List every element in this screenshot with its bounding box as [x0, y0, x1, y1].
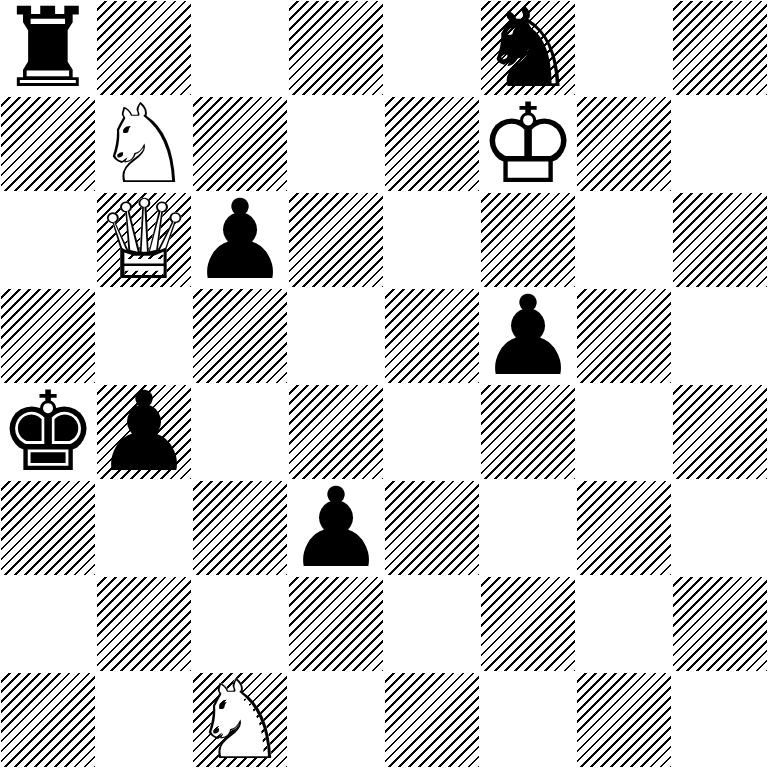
square-b4[interactable]: ♟	[96, 384, 192, 480]
piece-black-pawn-d3[interactable]: ♟	[288, 480, 384, 576]
square-e3[interactable]	[384, 480, 480, 576]
chess-board: ♜♞♞♘♚♔♛♕♟♟♚♟♟♞♘	[0, 0, 768, 768]
piece-white-queen-b6[interactable]: ♛♕	[96, 192, 192, 288]
square-g3[interactable]	[576, 480, 672, 576]
square-c1[interactable]: ♞♘	[192, 672, 288, 768]
square-f1[interactable]	[480, 672, 576, 768]
square-d5[interactable]	[288, 288, 384, 384]
square-d7[interactable]	[288, 96, 384, 192]
square-h4[interactable]	[672, 384, 768, 480]
square-a8[interactable]: ♜	[0, 0, 96, 96]
square-a6[interactable]	[0, 192, 96, 288]
square-c3[interactable]	[192, 480, 288, 576]
square-h5[interactable]	[672, 288, 768, 384]
square-f7[interactable]: ♚♔	[480, 96, 576, 192]
piece-white-king-f7[interactable]: ♚♔	[480, 96, 576, 192]
square-e4[interactable]	[384, 384, 480, 480]
square-h2[interactable]	[672, 576, 768, 672]
square-f4[interactable]	[480, 384, 576, 480]
square-g4[interactable]	[576, 384, 672, 480]
white-knight-glyph: ♘	[192, 672, 288, 768]
square-d2[interactable]	[288, 576, 384, 672]
square-g6[interactable]	[576, 192, 672, 288]
square-h7[interactable]	[672, 96, 768, 192]
black-pawn-glyph: ♟	[192, 192, 288, 288]
square-b6[interactable]: ♛♕	[96, 192, 192, 288]
square-b3[interactable]	[96, 480, 192, 576]
square-c5[interactable]	[192, 288, 288, 384]
square-c6[interactable]: ♟	[192, 192, 288, 288]
white-queen-glyph: ♕	[96, 192, 192, 288]
square-e1[interactable]	[384, 672, 480, 768]
black-pawn-glyph: ♟	[480, 288, 576, 384]
square-h1[interactable]	[672, 672, 768, 768]
piece-black-pawn-b4[interactable]: ♟	[96, 384, 192, 480]
square-e8[interactable]	[384, 0, 480, 96]
white-king-glyph: ♔	[480, 96, 576, 192]
piece-white-knight-c1[interactable]: ♞♘	[192, 672, 288, 768]
piece-black-rook-a8[interactable]: ♜	[0, 0, 96, 96]
piece-black-pawn-c6[interactable]: ♟	[192, 192, 288, 288]
square-c4[interactable]	[192, 384, 288, 480]
square-d1[interactable]	[288, 672, 384, 768]
square-f3[interactable]	[480, 480, 576, 576]
square-d6[interactable]	[288, 192, 384, 288]
square-a1[interactable]	[0, 672, 96, 768]
square-a7[interactable]	[0, 96, 96, 192]
square-b1[interactable]	[96, 672, 192, 768]
piece-black-pawn-f5[interactable]: ♟	[480, 288, 576, 384]
square-f2[interactable]	[480, 576, 576, 672]
square-d3[interactable]: ♟	[288, 480, 384, 576]
black-pawn-glyph: ♟	[96, 384, 192, 480]
square-e6[interactable]	[384, 192, 480, 288]
square-b2[interactable]	[96, 576, 192, 672]
square-h6[interactable]	[672, 192, 768, 288]
square-e7[interactable]	[384, 96, 480, 192]
square-h3[interactable]	[672, 480, 768, 576]
square-g7[interactable]	[576, 96, 672, 192]
square-g8[interactable]	[576, 0, 672, 96]
square-a3[interactable]	[0, 480, 96, 576]
black-rook-glyph: ♜	[0, 0, 96, 96]
square-e5[interactable]	[384, 288, 480, 384]
square-a4[interactable]: ♚	[0, 384, 96, 480]
square-g1[interactable]	[576, 672, 672, 768]
square-g2[interactable]	[576, 576, 672, 672]
square-d8[interactable]	[288, 0, 384, 96]
square-c8[interactable]	[192, 0, 288, 96]
square-g5[interactable]	[576, 288, 672, 384]
black-king-glyph: ♚	[0, 384, 96, 480]
square-e2[interactable]	[384, 576, 480, 672]
square-a2[interactable]	[0, 576, 96, 672]
black-pawn-glyph: ♟	[288, 480, 384, 576]
piece-black-king-a4[interactable]: ♚	[0, 384, 96, 480]
square-h8[interactable]	[672, 0, 768, 96]
square-f5[interactable]: ♟	[480, 288, 576, 384]
